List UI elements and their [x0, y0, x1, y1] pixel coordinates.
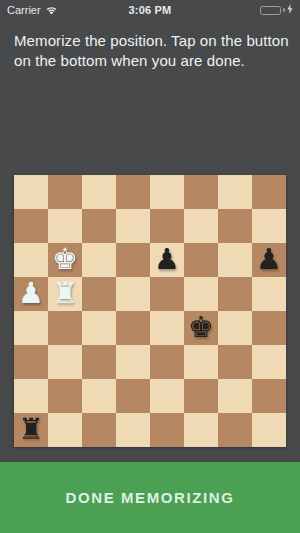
square-f8 [184, 175, 218, 209]
square-g1 [218, 413, 252, 447]
square-h5 [252, 277, 286, 311]
square-e7 [150, 209, 184, 243]
square-c4 [82, 311, 116, 345]
square-h1 [252, 413, 286, 447]
instruction-line-2: on the bottom when you are done. [14, 51, 292, 71]
square-f1 [184, 413, 218, 447]
square-h7 [252, 209, 286, 243]
charging-bolt-icon [287, 4, 293, 16]
square-c2 [82, 379, 116, 413]
black-pawn-piece: ♟ [256, 245, 282, 274]
square-a1: ♜ [14, 413, 48, 447]
square-d8 [116, 175, 150, 209]
square-f7 [184, 209, 218, 243]
square-c7 [82, 209, 116, 243]
square-b5: ♜ [48, 277, 82, 311]
square-h3 [252, 345, 286, 379]
square-g2 [218, 379, 252, 413]
square-f5 [184, 277, 218, 311]
square-h6: ♟ [252, 243, 286, 277]
black-king-piece: ♚ [188, 313, 214, 342]
square-d2 [116, 379, 150, 413]
instruction-line-1: Memorize the position. Tap on the button [14, 31, 292, 51]
square-c8 [82, 175, 116, 209]
square-e8 [150, 175, 184, 209]
square-d3 [116, 345, 150, 379]
square-e5 [150, 277, 184, 311]
done-memorizing-button[interactable]: DONE MEMORIZING [0, 462, 300, 533]
square-b7 [48, 209, 82, 243]
status-time: 3:06 PM [0, 4, 300, 16]
square-e1 [150, 413, 184, 447]
square-c1 [82, 413, 116, 447]
square-a4 [14, 311, 48, 345]
square-g3 [218, 345, 252, 379]
square-g7 [218, 209, 252, 243]
square-g4 [218, 311, 252, 345]
square-h4 [252, 311, 286, 345]
square-b8 [48, 175, 82, 209]
white-pawn-piece: ♟ [18, 279, 44, 308]
black-rook-piece: ♜ [18, 415, 44, 444]
square-c5 [82, 277, 116, 311]
square-a8 [14, 175, 48, 209]
square-h8 [252, 175, 286, 209]
chess-board: ♚♟♟♟♜♚♜ [14, 175, 286, 447]
battery-body [260, 6, 281, 15]
square-f3 [184, 345, 218, 379]
battery-cap [283, 8, 285, 12]
square-a7 [14, 209, 48, 243]
square-a3 [14, 345, 48, 379]
square-c3 [82, 345, 116, 379]
square-b4 [48, 311, 82, 345]
square-a5: ♟ [14, 277, 48, 311]
square-f2 [184, 379, 218, 413]
white-king-piece: ♚ [52, 245, 78, 274]
square-e3 [150, 345, 184, 379]
square-d4 [116, 311, 150, 345]
square-b2 [48, 379, 82, 413]
square-a2 [14, 379, 48, 413]
square-f6 [184, 243, 218, 277]
battery-charging-icon [260, 4, 293, 16]
status-bar: Carrier 3:06 PM [0, 0, 300, 20]
square-e6: ♟ [150, 243, 184, 277]
square-b3 [48, 345, 82, 379]
square-d7 [116, 209, 150, 243]
square-g6 [218, 243, 252, 277]
square-d5 [116, 277, 150, 311]
square-e2 [150, 379, 184, 413]
square-c6 [82, 243, 116, 277]
square-b6: ♚ [48, 243, 82, 277]
square-b1 [48, 413, 82, 447]
square-g8 [218, 175, 252, 209]
black-pawn-piece: ♟ [154, 245, 180, 274]
instruction-text: Memorize the position. Tap on the button… [14, 31, 292, 71]
white-rook-piece: ♜ [52, 279, 78, 308]
square-g5 [218, 277, 252, 311]
square-f4: ♚ [184, 311, 218, 345]
square-d6 [116, 243, 150, 277]
square-h2 [252, 379, 286, 413]
square-a6 [14, 243, 48, 277]
square-e4 [150, 311, 184, 345]
square-d1 [116, 413, 150, 447]
